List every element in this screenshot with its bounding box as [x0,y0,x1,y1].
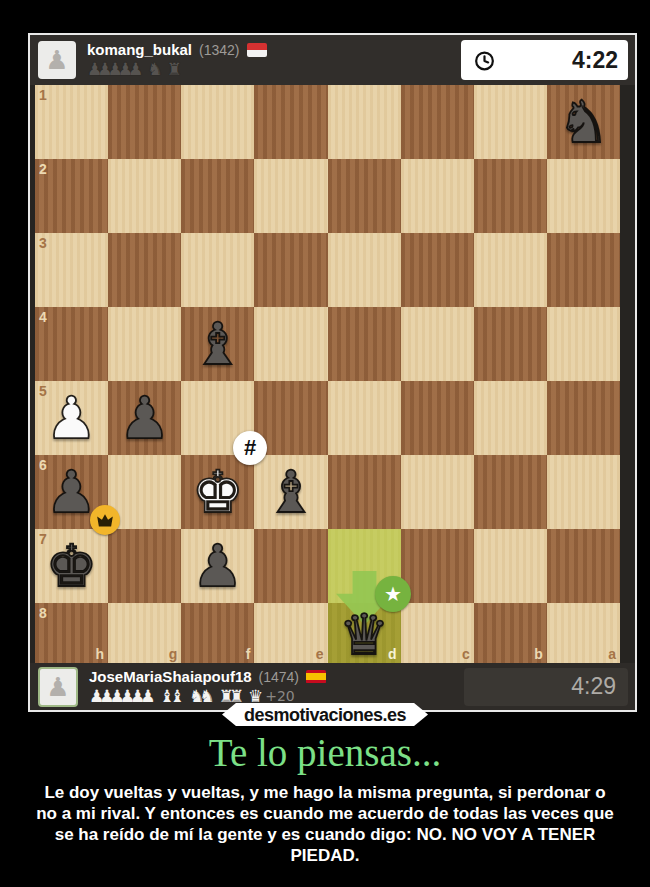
square-b4[interactable] [474,307,547,381]
bottom-player-avatar[interactable]: ♟ [38,667,78,707]
square-g1[interactable] [108,85,181,159]
checkmate-badge: # [233,431,267,465]
square-c1[interactable] [401,85,474,159]
file-label: g [169,646,178,662]
square-g5[interactable]: ♟ [108,381,181,455]
square-d5[interactable] [328,381,401,455]
white-pawn: ♟ [35,381,108,455]
file-label: a [608,646,616,662]
meme-title: Te lo piensas... [0,730,650,775]
meme-canvas: ♟ komang_bukal (1342) ♟♟♟♟♟ ♞ ♜ [0,0,650,887]
file-label: e [316,646,324,662]
black-bishop: ♝ [254,455,327,529]
square-c6[interactable] [401,455,474,529]
material-advantage: +20 [265,688,295,704]
square-h7[interactable]: 7♚ [35,529,108,603]
square-h1[interactable]: 1 [35,85,108,159]
square-f8[interactable]: f [181,603,254,663]
square-b3[interactable] [474,233,547,307]
rank-label: 1 [39,87,47,103]
star-icon: ★ [384,584,402,604]
square-f3[interactable] [181,233,254,307]
square-f7[interactable]: ♟ [181,529,254,603]
top-player-bar: ♟ komang_bukal (1342) ♟♟♟♟♟ ♞ ♜ [30,35,635,85]
square-d8[interactable]: d♛ [328,603,401,663]
square-a8[interactable]: a [547,603,620,663]
square-f6[interactable]: ♚ [181,455,254,529]
file-label: f [246,646,251,662]
top-player-avatar[interactable]: ♟ [38,41,76,79]
chess-app-screenshot: ♟ komang_bukal (1342) ♟♟♟♟♟ ♞ ♜ [28,33,637,712]
square-c5[interactable] [401,381,474,455]
top-player-rating: (1342) [199,41,239,59]
square-h2[interactable]: 2 [35,159,108,233]
square-h8[interactable]: 8h [35,603,108,663]
square-e4[interactable] [254,307,327,381]
top-player-name[interactable]: komang_bukal [87,41,192,59]
black-queen: ♛ [328,603,401,664]
square-e7[interactable] [254,529,327,603]
file-label: c [462,646,470,662]
rank-label: 8 [39,605,47,621]
watermark-text: desmotivaciones.es [244,706,406,724]
top-player-clock: 4:22 [461,40,628,80]
top-player-captured-pieces: ♟♟♟♟♟ ♞ ♜ [87,59,461,79]
square-c7[interactable] [401,529,474,603]
winner-crown-badge [90,505,120,535]
square-d3[interactable] [328,233,401,307]
chess-board: # ★ 1♞234♝5♟♟6♟♚♝7♚♟8hgfed♛cba [35,85,620,663]
captured-pawns: ♟♟♟♟♟♟ [89,686,150,706]
square-a3[interactable] [547,233,620,307]
square-d6[interactable] [328,455,401,529]
captured-knights: ♞♞ [189,686,209,706]
square-b5[interactable] [474,381,547,455]
square-f4[interactable]: ♝ [181,307,254,381]
square-e6[interactable]: ♝ [254,455,327,529]
square-a1[interactable]: ♞ [547,85,620,159]
square-a6[interactable] [547,455,620,529]
square-a2[interactable] [547,159,620,233]
bottom-player-clock: 4:29 [464,668,628,706]
square-d1[interactable] [328,85,401,159]
captured-pawns: ♟♟♟♟♟ [87,59,138,79]
bottom-player-rating: (1474) [259,668,299,686]
file-label: h [96,646,105,662]
captured-knight: ♞ [147,59,157,79]
black-king: ♚ [35,529,108,603]
pawn-avatar-icon: ♟ [45,47,68,73]
checkmate-hash: # [244,437,256,459]
captured-rooks: ♜♜ [218,686,238,706]
top-clock-time: 4:22 [572,47,618,74]
square-b2[interactable] [474,159,547,233]
crown-icon [97,514,114,527]
black-bishop: ♝ [181,307,254,381]
square-g8[interactable]: g [108,603,181,663]
board-area: # ★ 1♞234♝5♟♟6♟♚♝7♚♟8hgfed♛cba [30,85,635,663]
square-c2[interactable] [401,159,474,233]
rank-label: 2 [39,161,47,177]
bottom-player-bar: ♟ JoseMariaShaiapouf18 (1474) ♟♟♟♟♟♟ ♝♝ … [30,663,635,710]
file-label: b [534,646,543,662]
black-pawn: ♟ [181,529,254,603]
square-d4[interactable] [328,307,401,381]
square-a7[interactable] [547,529,620,603]
square-e2[interactable] [254,159,327,233]
desmotivaciones-watermark: desmotivaciones.es [222,703,428,726]
square-e3[interactable] [254,233,327,307]
bottom-clock-time: 4:29 [571,673,616,700]
meme-caption: Le doy vueltas y vueltas, y me hago la m… [25,782,625,866]
square-g2[interactable] [108,159,181,233]
square-g7[interactable] [108,529,181,603]
spain-flag-icon [306,670,326,684]
square-g3[interactable] [108,233,181,307]
square-c4[interactable] [401,307,474,381]
square-h3[interactable]: 3 [35,233,108,307]
bottom-player-name[interactable]: JoseMariaShaiapouf18 [89,668,252,686]
square-b1[interactable] [474,85,547,159]
square-e1[interactable] [254,85,327,159]
indonesia-flag-icon [247,43,267,57]
square-d2[interactable] [328,159,401,233]
bottom-player-captured-pieces: ♟♟♟♟♟♟ ♝♝ ♞♞ ♜♜ ♛ +20 [89,686,464,706]
black-knight: ♞ [547,85,620,159]
square-a4[interactable] [547,307,620,381]
square-b7[interactable] [474,529,547,603]
rank-label: 4 [39,309,47,325]
black-pawn: ♟ [108,381,181,455]
captured-rook: ♜ [166,59,176,79]
square-f2[interactable] [181,159,254,233]
square-g4[interactable] [108,307,181,381]
square-c3[interactable] [401,233,474,307]
square-a5[interactable] [547,381,620,455]
square-h5[interactable]: 5♟ [35,381,108,455]
clock-icon [473,49,496,72]
captured-bishops: ♝♝ [159,686,179,706]
square-h4[interactable]: 4 [35,307,108,381]
square-e8[interactable]: e [254,603,327,663]
rank-label: 3 [39,235,47,251]
pawn-avatar-icon: ♟ [46,674,69,700]
square-f1[interactable] [181,85,254,159]
square-b8[interactable]: b [474,603,547,663]
promotion-star-badge: ★ [375,576,411,612]
square-c8[interactable]: c [401,603,474,663]
square-b6[interactable] [474,455,547,529]
white-king: ♚ [181,455,254,529]
captured-queen: ♛ [248,686,258,706]
